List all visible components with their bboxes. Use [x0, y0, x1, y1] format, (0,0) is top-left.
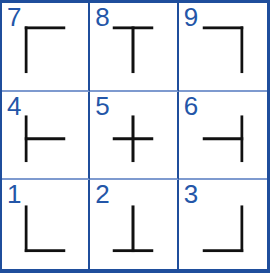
cell-3-number: 3 — [184, 180, 198, 208]
junction-icon-top-left-corner — [25, 27, 66, 74]
cell-5-number: 5 — [95, 92, 109, 120]
cell-2: 2 — [90, 180, 178, 269]
cell-6: 6 — [179, 92, 267, 181]
junction-icon-cross — [113, 115, 154, 162]
cell-6-number: 6 — [184, 92, 198, 120]
cell-7-number: 7 — [7, 3, 21, 31]
numpad-junction-board: 7 8 9 4 5 6 1 2 3 — [0, 0, 270, 273]
cell-4-number: 4 — [7, 92, 21, 120]
junction-icon-tee-left — [202, 115, 243, 162]
junction-icon-bottom-right-corner — [202, 205, 243, 252]
cell-9-number: 9 — [184, 3, 198, 31]
cell-4: 4 — [2, 92, 90, 181]
cell-1-number: 1 — [7, 180, 21, 208]
cell-8: 8 — [90, 3, 178, 92]
cell-3: 3 — [179, 180, 267, 269]
cell-8-number: 8 — [95, 3, 109, 31]
cell-1: 1 — [2, 180, 90, 269]
cell-7: 7 — [2, 3, 90, 92]
junction-icon-tee-right — [25, 115, 66, 162]
junction-icon-bottom-left-corner — [25, 205, 66, 252]
cell-2-number: 2 — [95, 180, 109, 208]
cell-5: 5 — [90, 92, 178, 181]
junction-icon-top-right-corner — [202, 27, 243, 74]
junction-icon-tee-down — [113, 27, 154, 74]
junction-icon-tee-up — [113, 205, 154, 252]
cell-9: 9 — [179, 3, 267, 92]
